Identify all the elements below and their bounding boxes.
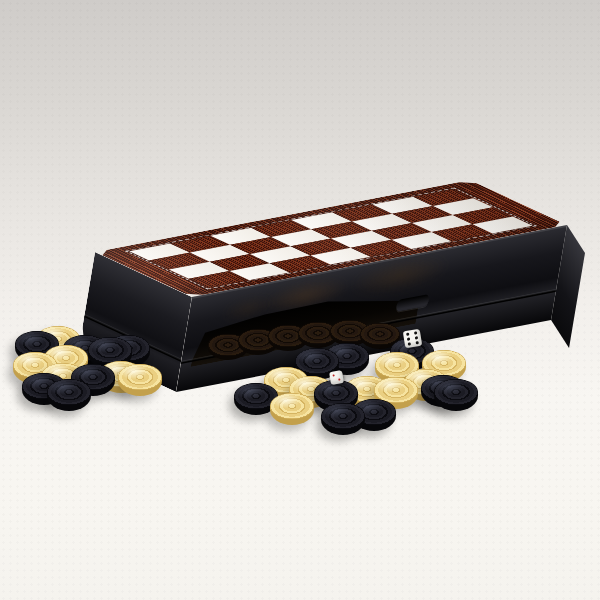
die-pip	[407, 342, 410, 345]
checker-face	[270, 393, 314, 419]
die-pip	[415, 340, 418, 343]
checker-cream	[118, 364, 162, 396]
die-pip	[407, 337, 410, 340]
checker-cream	[270, 393, 314, 425]
checker-face	[321, 403, 365, 429]
checker-face	[434, 379, 478, 405]
checker-face	[360, 323, 400, 345]
checker-black	[321, 403, 365, 435]
product-photo	[0, 0, 600, 600]
checker-black	[47, 379, 91, 411]
checker-black	[434, 379, 478, 411]
die-pip	[338, 378, 341, 381]
die-red-pips	[329, 370, 344, 385]
checker-face	[118, 364, 162, 390]
checker-face	[47, 379, 91, 405]
die-pip	[332, 373, 335, 376]
die-pip	[406, 332, 409, 335]
checker-face	[88, 337, 132, 363]
die-pip	[414, 336, 417, 339]
die-black-pips	[402, 328, 421, 347]
die-pip	[413, 331, 416, 334]
